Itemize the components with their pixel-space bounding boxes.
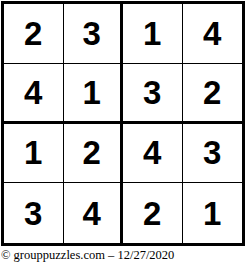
cell-r1c4[interactable]: 4 bbox=[183, 4, 243, 64]
cell-r3c2[interactable]: 2 bbox=[64, 124, 124, 184]
cell-r2c2[interactable]: 1 bbox=[64, 64, 124, 124]
cell-r1c1[interactable]: 2 bbox=[4, 4, 64, 64]
sudoku-page: 2314413212433421 © grouppuzzles.com – 12… bbox=[0, 0, 247, 269]
cell-r3c3[interactable]: 4 bbox=[123, 124, 183, 184]
copyright-footer: © grouppuzzles.com – 12/27/2020 bbox=[1, 248, 174, 263]
cell-r4c2[interactable]: 4 bbox=[64, 183, 124, 243]
cell-r4c1[interactable]: 3 bbox=[4, 183, 64, 243]
cell-r3c1[interactable]: 1 bbox=[4, 124, 64, 184]
cell-r2c3[interactable]: 3 bbox=[123, 64, 183, 124]
cell-r3c4[interactable]: 3 bbox=[183, 124, 243, 184]
cell-r4c4[interactable]: 1 bbox=[183, 183, 243, 243]
cell-r4c3[interactable]: 2 bbox=[123, 183, 183, 243]
cell-r2c1[interactable]: 4 bbox=[4, 64, 64, 124]
cell-r2c4[interactable]: 2 bbox=[183, 64, 243, 124]
cell-r1c3[interactable]: 1 bbox=[123, 4, 183, 64]
sudoku-board: 2314413212433421 bbox=[1, 1, 245, 246]
cell-r1c2[interactable]: 3 bbox=[64, 4, 124, 64]
